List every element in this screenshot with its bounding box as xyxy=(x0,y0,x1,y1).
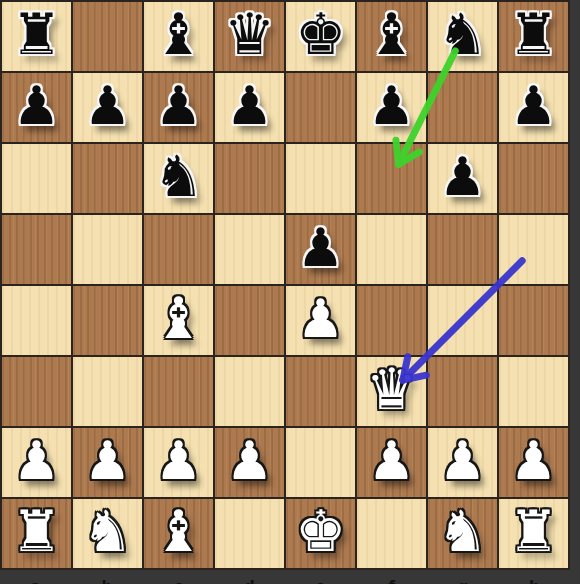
square-d5[interactable] xyxy=(215,215,284,284)
square-g1[interactable]: ♞ xyxy=(428,499,497,568)
file-label-h: h xyxy=(499,580,570,584)
square-h8[interactable]: ♜ xyxy=(499,2,568,71)
white-rook[interactable]: ♜ xyxy=(508,503,559,560)
square-g4[interactable] xyxy=(428,286,497,355)
board-edge-strip-right xyxy=(570,0,580,584)
square-c8[interactable]: ♝ xyxy=(144,2,213,71)
square-d8[interactable]: ♛ xyxy=(215,2,284,71)
square-d4[interactable] xyxy=(215,286,284,355)
black-pawn[interactable]: ♟ xyxy=(439,150,487,203)
square-d6[interactable] xyxy=(215,144,284,213)
square-f5[interactable] xyxy=(357,215,426,284)
square-b1[interactable]: ♞ xyxy=(73,499,142,568)
white-king[interactable]: ♚ xyxy=(295,503,346,560)
white-pawn[interactable]: ♟ xyxy=(439,434,487,487)
square-a8[interactable]: ♜ xyxy=(2,2,71,71)
square-b8[interactable] xyxy=(73,2,142,71)
square-e6[interactable] xyxy=(286,144,355,213)
black-knight[interactable]: ♞ xyxy=(437,6,488,63)
square-c4[interactable]: ♝ xyxy=(144,286,213,355)
square-f3[interactable]: ♛ xyxy=(357,357,426,426)
square-f2[interactable]: ♟ xyxy=(357,428,426,497)
square-b2[interactable]: ♟ xyxy=(73,428,142,497)
white-rook[interactable]: ♜ xyxy=(11,503,62,560)
square-g6[interactable]: ♟ xyxy=(428,144,497,213)
black-pawn[interactable]: ♟ xyxy=(297,221,345,274)
square-g8[interactable]: ♞ xyxy=(428,2,497,71)
square-h6[interactable] xyxy=(499,144,568,213)
square-c7[interactable]: ♟ xyxy=(144,73,213,142)
black-rook[interactable]: ♜ xyxy=(11,6,62,63)
square-h5[interactable] xyxy=(499,215,568,284)
square-f7[interactable]: ♟ xyxy=(357,73,426,142)
black-knight[interactable]: ♞ xyxy=(153,148,204,205)
square-a1[interactable]: ♜ xyxy=(2,499,71,568)
white-pawn[interactable]: ♟ xyxy=(226,434,274,487)
square-h3[interactable] xyxy=(499,357,568,426)
square-b6[interactable] xyxy=(73,144,142,213)
square-f8[interactable]: ♝ xyxy=(357,2,426,71)
black-pawn[interactable]: ♟ xyxy=(13,79,61,132)
white-pawn[interactable]: ♟ xyxy=(297,292,345,345)
square-f6[interactable] xyxy=(357,144,426,213)
square-a4[interactable] xyxy=(2,286,71,355)
white-knight[interactable]: ♞ xyxy=(82,503,133,560)
square-g7[interactable] xyxy=(428,73,497,142)
file-coordinates-strip: abcdefgh xyxy=(0,570,570,584)
square-e1[interactable]: ♚ xyxy=(286,499,355,568)
square-a6[interactable] xyxy=(2,144,71,213)
black-queen[interactable]: ♛ xyxy=(224,6,275,63)
black-king[interactable]: ♚ xyxy=(295,6,346,63)
file-label-e: e xyxy=(285,580,356,584)
square-h2[interactable]: ♟ xyxy=(499,428,568,497)
square-f4[interactable] xyxy=(357,286,426,355)
white-queen[interactable]: ♛ xyxy=(366,361,417,418)
square-c2[interactable]: ♟ xyxy=(144,428,213,497)
black-bishop[interactable]: ♝ xyxy=(153,6,204,63)
square-e8[interactable]: ♚ xyxy=(286,2,355,71)
black-pawn[interactable]: ♟ xyxy=(510,79,558,132)
square-e2[interactable] xyxy=(286,428,355,497)
white-pawn[interactable]: ♟ xyxy=(13,434,61,487)
square-d2[interactable]: ♟ xyxy=(215,428,284,497)
square-e5[interactable]: ♟ xyxy=(286,215,355,284)
chess-board: ♜♝♛♚♝♞♜♟♟♟♟♟♟♞♟♟♝♟♛♟♟♟♟♟♟♟♜♞♝♚♞♜ xyxy=(0,0,570,570)
square-g3[interactable] xyxy=(428,357,497,426)
square-a2[interactable]: ♟ xyxy=(2,428,71,497)
black-pawn[interactable]: ♟ xyxy=(155,79,203,132)
square-g5[interactable] xyxy=(428,215,497,284)
square-e4[interactable]: ♟ xyxy=(286,286,355,355)
square-d3[interactable] xyxy=(215,357,284,426)
square-b4[interactable] xyxy=(73,286,142,355)
square-f1[interactable] xyxy=(357,499,426,568)
file-label-f: f xyxy=(356,580,427,584)
black-bishop[interactable]: ♝ xyxy=(366,6,417,63)
square-b3[interactable] xyxy=(73,357,142,426)
white-bishop[interactable]: ♝ xyxy=(153,503,204,560)
square-a7[interactable]: ♟ xyxy=(2,73,71,142)
square-c3[interactable] xyxy=(144,357,213,426)
square-a5[interactable] xyxy=(2,215,71,284)
file-label-c: c xyxy=(143,580,214,584)
square-c5[interactable] xyxy=(144,215,213,284)
square-h1[interactable]: ♜ xyxy=(499,499,568,568)
white-knight[interactable]: ♞ xyxy=(437,503,488,560)
square-b7[interactable]: ♟ xyxy=(73,73,142,142)
square-h7[interactable]: ♟ xyxy=(499,73,568,142)
white-pawn[interactable]: ♟ xyxy=(155,434,203,487)
white-pawn[interactable]: ♟ xyxy=(368,434,416,487)
square-e3[interactable] xyxy=(286,357,355,426)
square-d7[interactable]: ♟ xyxy=(215,73,284,142)
chess-board-screenshot: ♜♝♛♚♝♞♜♟♟♟♟♟♟♞♟♟♝♟♛♟♟♟♟♟♟♟♜♞♝♚♞♜ abcdefg… xyxy=(0,0,580,584)
square-c1[interactable]: ♝ xyxy=(144,499,213,568)
square-d1[interactable] xyxy=(215,499,284,568)
square-g2[interactable]: ♟ xyxy=(428,428,497,497)
square-e7[interactable] xyxy=(286,73,355,142)
file-label-b: b xyxy=(71,580,142,584)
file-label-a: a xyxy=(0,580,71,584)
black-pawn[interactable]: ♟ xyxy=(368,79,416,132)
white-pawn[interactable]: ♟ xyxy=(510,434,558,487)
white-pawn[interactable]: ♟ xyxy=(84,434,132,487)
black-pawn[interactable]: ♟ xyxy=(84,79,132,132)
file-label-d: d xyxy=(214,580,285,584)
square-b5[interactable] xyxy=(73,215,142,284)
square-c6[interactable]: ♞ xyxy=(144,144,213,213)
square-a3[interactable] xyxy=(2,357,71,426)
white-bishop[interactable]: ♝ xyxy=(153,290,204,347)
square-h4[interactable] xyxy=(499,286,568,355)
file-label-g: g xyxy=(428,580,499,584)
black-rook[interactable]: ♜ xyxy=(508,6,559,63)
black-pawn[interactable]: ♟ xyxy=(226,79,274,132)
